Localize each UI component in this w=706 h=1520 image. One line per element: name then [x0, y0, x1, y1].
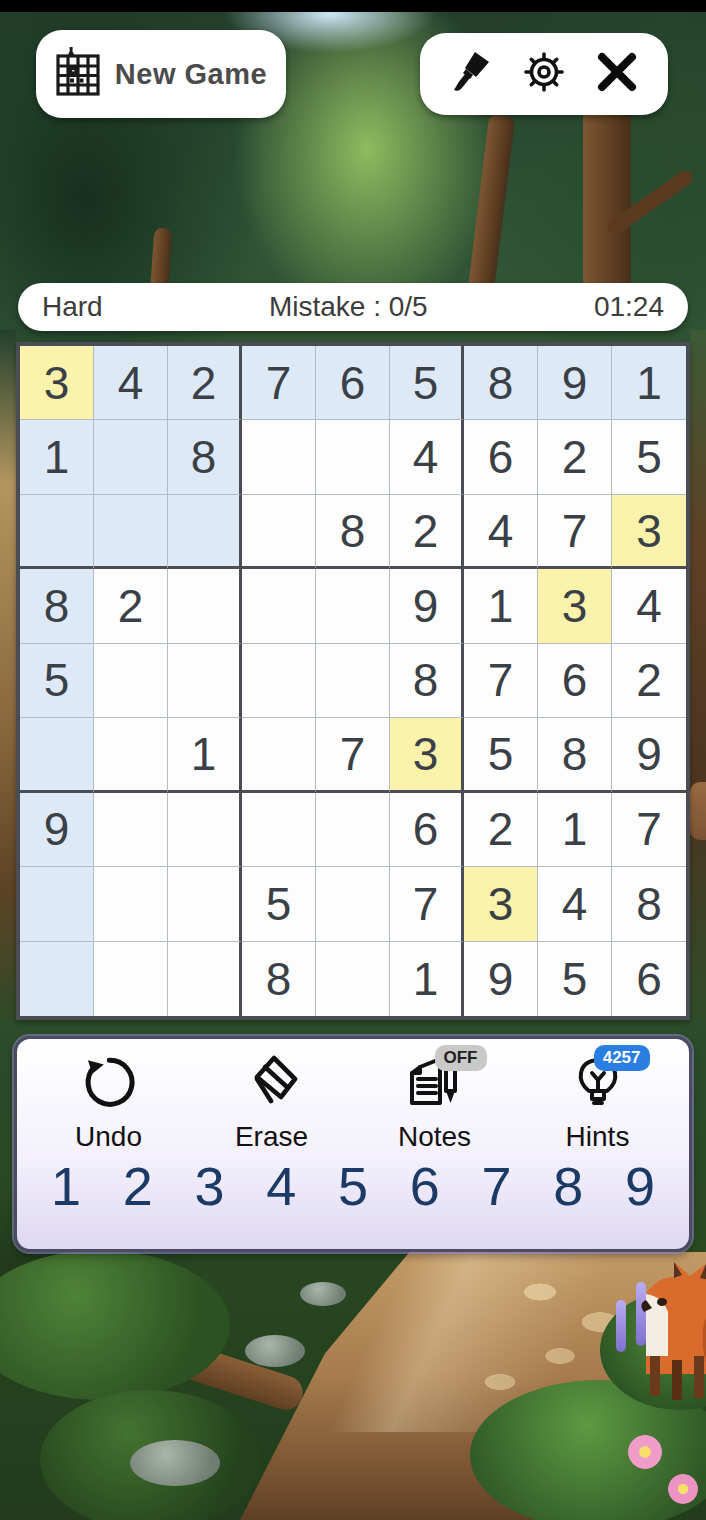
cell-r9c5[interactable]	[316, 942, 390, 1016]
cell-r6c6[interactable]: 3	[390, 718, 464, 792]
cell-r3c9[interactable]: 3	[612, 495, 686, 569]
cell-r3c5[interactable]: 8	[316, 495, 390, 569]
cell-r5c6[interactable]: 8	[390, 644, 464, 718]
cell-r7c1[interactable]: 9	[20, 793, 94, 867]
close-button[interactable]	[589, 46, 645, 102]
cell-r9c8[interactable]: 5	[538, 942, 612, 1016]
gear-icon	[521, 49, 567, 99]
numpad-6[interactable]: 6	[410, 1159, 440, 1213]
undo-icon	[80, 1053, 138, 1115]
notes-off-badge: OFF	[435, 1045, 487, 1071]
timer: 01:24	[594, 291, 664, 323]
cell-r4c1[interactable]: 8	[20, 569, 94, 643]
cell-r8c9[interactable]: 8	[612, 867, 686, 941]
hints-button[interactable]: 4257 Hints	[538, 1053, 658, 1153]
numpad-4[interactable]: 4	[266, 1159, 296, 1213]
cell-r3c7[interactable]: 4	[464, 495, 538, 569]
cell-r7c8[interactable]: 1	[538, 793, 612, 867]
cell-r2c8[interactable]: 2	[538, 420, 612, 494]
pink-flower	[668, 1474, 698, 1504]
numpad-2[interactable]: 2	[123, 1159, 153, 1213]
numpad-3[interactable]: 3	[194, 1159, 224, 1213]
cell-r5c4[interactable]	[242, 644, 316, 718]
cell-r7c2[interactable]	[94, 793, 168, 867]
cell-r6c3[interactable]: 1	[168, 718, 242, 792]
cell-r5c1[interactable]: 5	[20, 644, 94, 718]
cell-r6c9[interactable]: 9	[612, 718, 686, 792]
cell-r7c3[interactable]	[168, 793, 242, 867]
new-game-label: New Game	[115, 58, 267, 91]
theme-button[interactable]	[443, 46, 499, 102]
cell-r3c8[interactable]: 7	[538, 495, 612, 569]
sudoku-grid-icon	[55, 47, 103, 101]
cell-r2c3[interactable]: 8	[168, 420, 242, 494]
cell-r6c4[interactable]	[242, 718, 316, 792]
cell-r1c8[interactable]: 9	[538, 346, 612, 420]
cell-r1c9[interactable]: 1	[612, 346, 686, 420]
cell-r8c3[interactable]	[168, 867, 242, 941]
cell-r8c5[interactable]	[316, 867, 390, 941]
cell-r7c5[interactable]	[316, 793, 390, 867]
cell-r6c5[interactable]: 7	[316, 718, 390, 792]
numpad-8[interactable]: 8	[553, 1159, 583, 1213]
cell-r7c4[interactable]	[242, 793, 316, 867]
cell-r4c2[interactable]: 2	[94, 569, 168, 643]
status-bar-black-strip	[0, 0, 706, 12]
cell-r2c1[interactable]: 1	[20, 420, 94, 494]
rock	[245, 1335, 305, 1367]
cell-r4c6[interactable]: 9	[390, 569, 464, 643]
cell-r4c4[interactable]	[242, 569, 316, 643]
close-icon	[595, 50, 639, 98]
cell-r4c3[interactable]	[168, 569, 242, 643]
cell-r9c9[interactable]: 6	[612, 942, 686, 1016]
cell-r8c2[interactable]	[94, 867, 168, 941]
cell-r9c7[interactable]: 9	[464, 942, 538, 1016]
cell-r5c8[interactable]: 6	[538, 644, 612, 718]
cell-r9c1[interactable]	[20, 942, 94, 1016]
numpad-9[interactable]: 9	[625, 1159, 655, 1213]
hints-label: Hints	[566, 1121, 630, 1153]
rock	[130, 1440, 220, 1486]
cell-r8c7[interactable]: 3	[464, 867, 538, 941]
tools-row: Undo Erase OFF	[17, 1039, 689, 1153]
eraser-icon	[243, 1053, 301, 1115]
cell-r1c7[interactable]: 8	[464, 346, 538, 420]
cell-r8c6[interactable]: 7	[390, 867, 464, 941]
cell-r2c6[interactable]: 4	[390, 420, 464, 494]
cell-r3c3[interactable]	[168, 495, 242, 569]
fox	[616, 1256, 706, 1410]
cell-r9c6[interactable]: 1	[390, 942, 464, 1016]
top-icon-tray	[420, 33, 668, 115]
hints-count-badge: 4257	[594, 1045, 650, 1071]
deer	[690, 782, 706, 840]
cell-r4c8[interactable]: 3	[538, 569, 612, 643]
cell-r2c7[interactable]: 6	[464, 420, 538, 494]
cell-r7c6[interactable]: 6	[390, 793, 464, 867]
cell-r6c2[interactable]	[94, 718, 168, 792]
cell-r2c5[interactable]	[316, 420, 390, 494]
cell-r3c6[interactable]: 2	[390, 495, 464, 569]
pink-flower	[628, 1435, 662, 1469]
erase-label: Erase	[235, 1121, 308, 1153]
cell-r1c5[interactable]: 6	[316, 346, 390, 420]
notes-label: Notes	[398, 1121, 471, 1153]
rock	[300, 1282, 346, 1306]
cell-r2c9[interactable]: 5	[612, 420, 686, 494]
cell-r7c7[interactable]: 2	[464, 793, 538, 867]
notes-button[interactable]: OFF Notes	[375, 1053, 495, 1153]
cell-r8c8[interactable]: 4	[538, 867, 612, 941]
numpad-5[interactable]: 5	[338, 1159, 368, 1213]
cell-r2c4[interactable]	[242, 420, 316, 494]
cell-r5c3[interactable]	[168, 644, 242, 718]
undo-label: Undo	[75, 1121, 142, 1153]
cell-r6c1[interactable]	[20, 718, 94, 792]
cell-r1c2[interactable]: 4	[94, 346, 168, 420]
cell-r4c9[interactable]: 4	[612, 569, 686, 643]
status-bar: Hard Mistake : 0/5 01:24	[18, 283, 688, 331]
cell-r9c4[interactable]: 8	[242, 942, 316, 1016]
tree-trunk-left-edge	[0, 330, 16, 1030]
control-panel: Undo Erase OFF	[14, 1036, 692, 1252]
cell-r3c4[interactable]	[242, 495, 316, 569]
cell-r8c4[interactable]: 5	[242, 867, 316, 941]
cell-r5c2[interactable]	[94, 644, 168, 718]
cell-r6c8[interactable]: 8	[538, 718, 612, 792]
cell-r7c9[interactable]: 7	[612, 793, 686, 867]
cell-r9c2[interactable]	[94, 942, 168, 1016]
cell-r2c2[interactable]	[94, 420, 168, 494]
cell-r4c7[interactable]: 1	[464, 569, 538, 643]
cell-r1c1[interactable]: 3	[20, 346, 94, 420]
sudoku-board: 3427658911846258247382913458762173589962…	[16, 342, 690, 1020]
cell-r5c7[interactable]: 7	[464, 644, 538, 718]
settings-button[interactable]	[516, 46, 572, 102]
tree-trunk-right-edge	[690, 330, 706, 1030]
cell-r1c3[interactable]: 2	[168, 346, 242, 420]
cell-r1c4[interactable]: 7	[242, 346, 316, 420]
undo-button[interactable]: Undo	[49, 1053, 169, 1153]
cell-r3c2[interactable]	[94, 495, 168, 569]
difficulty-label: Hard	[42, 291, 103, 323]
numpad-1[interactable]: 1	[51, 1159, 81, 1213]
new-game-button[interactable]: New Game	[36, 30, 286, 118]
cell-r1c6[interactable]: 5	[390, 346, 464, 420]
cell-r5c9[interactable]: 2	[612, 644, 686, 718]
cell-r9c3[interactable]	[168, 942, 242, 1016]
cell-r4c5[interactable]	[316, 569, 390, 643]
cell-r6c7[interactable]: 5	[464, 718, 538, 792]
cell-r5c5[interactable]	[316, 644, 390, 718]
mistake-counter: Mistake : 0/5	[269, 291, 428, 323]
erase-button[interactable]: Erase	[212, 1053, 332, 1153]
paint-brush-icon	[448, 49, 494, 99]
cell-r3c1[interactable]	[20, 495, 94, 569]
numpad-7[interactable]: 7	[481, 1159, 511, 1213]
cell-r8c1[interactable]	[20, 867, 94, 941]
numpad: 123456789	[17, 1153, 689, 1213]
